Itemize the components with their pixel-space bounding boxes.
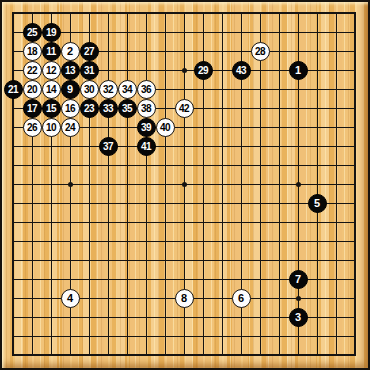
stone-black-43[interactable]: 43 <box>232 61 251 80</box>
stone-white-18[interactable]: 18 <box>23 42 42 61</box>
stone-black-7[interactable]: 7 <box>289 270 308 289</box>
stone-black-5[interactable]: 5 <box>308 194 327 213</box>
stone-black-13[interactable]: 13 <box>61 61 80 80</box>
stone-black-17[interactable]: 17 <box>23 99 42 118</box>
stone-black-11[interactable]: 11 <box>42 42 61 61</box>
stone-white-30[interactable]: 30 <box>80 80 99 99</box>
stone-black-33[interactable]: 33 <box>99 99 118 118</box>
stone-white-24[interactable]: 24 <box>61 118 80 137</box>
stone-white-14[interactable]: 14 <box>42 80 61 99</box>
stone-black-31[interactable]: 31 <box>80 61 99 80</box>
stone-white-10[interactable]: 10 <box>42 118 61 137</box>
stone-black-37[interactable]: 37 <box>99 137 118 156</box>
stone-black-35[interactable]: 35 <box>118 99 137 118</box>
stone-white-38[interactable]: 38 <box>137 99 156 118</box>
stone-white-32[interactable]: 32 <box>99 80 118 99</box>
stone-white-12[interactable]: 12 <box>42 61 61 80</box>
stone-white-28[interactable]: 28 <box>251 42 270 61</box>
stone-white-40[interactable]: 40 <box>156 118 175 137</box>
stone-white-8[interactable]: 8 <box>175 289 194 308</box>
go-board[interactable]: 1234567891011121314151617181920212223242… <box>4 4 365 365</box>
stone-white-6[interactable]: 6 <box>232 289 251 308</box>
stone-black-15[interactable]: 15 <box>42 99 61 118</box>
stone-white-2[interactable]: 2 <box>61 42 80 61</box>
stone-white-34[interactable]: 34 <box>118 80 137 99</box>
stone-black-21[interactable]: 21 <box>4 80 23 99</box>
stone-black-41[interactable]: 41 <box>137 137 156 156</box>
stone-white-42[interactable]: 42 <box>175 99 194 118</box>
stone-black-19[interactable]: 19 <box>42 23 61 42</box>
stone-white-20[interactable]: 20 <box>23 80 42 99</box>
go-board-diagram: 1234567891011121314151617181920212223242… <box>0 0 370 370</box>
stone-white-36[interactable]: 36 <box>137 80 156 99</box>
stone-black-25[interactable]: 25 <box>23 23 42 42</box>
stone-black-27[interactable]: 27 <box>80 42 99 61</box>
stone-white-4[interactable]: 4 <box>61 289 80 308</box>
stone-white-16[interactable]: 16 <box>61 99 80 118</box>
stone-black-39[interactable]: 39 <box>137 118 156 137</box>
stone-white-22[interactable]: 22 <box>23 61 42 80</box>
stone-black-3[interactable]: 3 <box>289 308 308 327</box>
stone-black-9[interactable]: 9 <box>61 80 80 99</box>
stone-white-26[interactable]: 26 <box>23 118 42 137</box>
stone-black-23[interactable]: 23 <box>80 99 99 118</box>
stone-black-1[interactable]: 1 <box>289 61 308 80</box>
stone-black-29[interactable]: 29 <box>194 61 213 80</box>
